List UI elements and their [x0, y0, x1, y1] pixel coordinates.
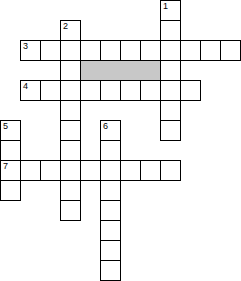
cell-r8-c1[interactable]: [20, 160, 41, 181]
crossword-grid: 1234567: [0, 0, 241, 281]
cell-r2-c6[interactable]: [120, 40, 141, 61]
cell-r8-c7[interactable]: [140, 160, 161, 181]
cell-r2-c1[interactable]: [20, 40, 41, 61]
cell-r3-c3[interactable]: [60, 60, 81, 81]
cell-r8-c4[interactable]: [80, 160, 101, 181]
cell-r0-c8[interactable]: [160, 0, 181, 21]
cell-r2-c10[interactable]: [200, 40, 221, 61]
cell-r4-c3[interactable]: [60, 80, 81, 101]
cell-r6-c3[interactable]: [60, 120, 81, 141]
cell-r4-c7[interactable]: [140, 80, 161, 101]
cell-r3-c8[interactable]: [160, 60, 181, 81]
cell-r5-c8[interactable]: [160, 100, 181, 121]
cell-r1-c8[interactable]: [160, 20, 181, 41]
cell-r7-c0[interactable]: [0, 140, 21, 161]
cell-r7-c5[interactable]: [100, 140, 121, 161]
cell-r8-c0[interactable]: [0, 160, 21, 181]
cell-r4-c1[interactable]: [20, 80, 41, 101]
cell-r2-c2[interactable]: [40, 40, 61, 61]
cell-r1-c3[interactable]: [60, 20, 81, 41]
cell-r2-c4[interactable]: [80, 40, 101, 61]
cell-r2-c3[interactable]: [60, 40, 81, 61]
cell-r2-c9[interactable]: [180, 40, 201, 61]
cell-r2-c5[interactable]: [100, 40, 121, 61]
cell-r10-c3[interactable]: [60, 200, 81, 221]
cell-r9-c5[interactable]: [100, 180, 121, 201]
cell-r4-c4[interactable]: [80, 80, 101, 101]
cell-r8-c5[interactable]: [100, 160, 121, 181]
cell-r13-c5[interactable]: [100, 260, 121, 281]
cell-r4-c8[interactable]: [160, 80, 181, 101]
cell-r6-c0[interactable]: [0, 120, 21, 141]
cell-r4-c2[interactable]: [40, 80, 61, 101]
cell-r8-c6[interactable]: [120, 160, 141, 181]
cell-r4-c6[interactable]: [120, 80, 141, 101]
cell-r9-c0[interactable]: [0, 180, 21, 201]
cell-r2-c11[interactable]: [220, 40, 241, 61]
cell-r2-c7[interactable]: [140, 40, 161, 61]
cell-r5-c3[interactable]: [60, 100, 81, 121]
cell-r8-c8[interactable]: [160, 160, 181, 181]
cell-r8-c3[interactable]: [60, 160, 81, 181]
cell-r12-c5[interactable]: [100, 240, 121, 261]
cell-r2-c8[interactable]: [160, 40, 181, 61]
cell-r10-c5[interactable]: [100, 200, 121, 221]
cell-r11-c5[interactable]: [100, 220, 121, 241]
cell-r8-c2[interactable]: [40, 160, 61, 181]
cell-r4-c9[interactable]: [180, 80, 201, 101]
cell-r4-c5[interactable]: [100, 80, 121, 101]
cell-r7-c3[interactable]: [60, 140, 81, 161]
cell-r6-c5[interactable]: [100, 120, 121, 141]
cell-r6-c8[interactable]: [160, 120, 181, 141]
cell-r9-c3[interactable]: [60, 180, 81, 201]
highlight-block: [80, 60, 161, 81]
